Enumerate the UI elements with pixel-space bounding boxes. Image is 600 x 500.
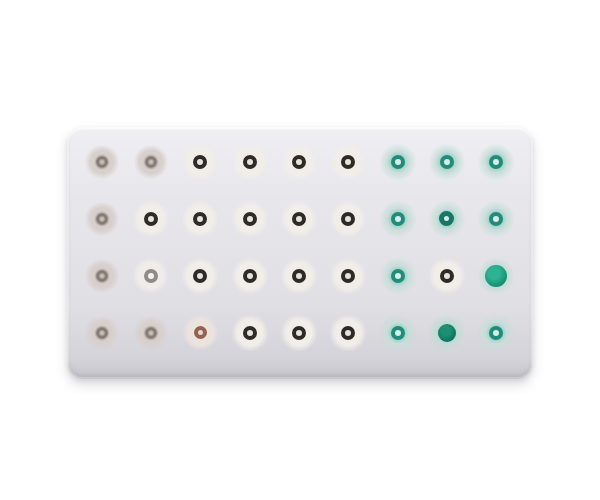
disc-hub <box>243 326 257 340</box>
red-ring-disc[interactable] <box>178 310 223 355</box>
cell-r3c2[interactable] <box>126 247 175 304</box>
cell-r2c7[interactable] <box>373 190 422 247</box>
disc-hub <box>489 155 503 169</box>
white-disc[interactable] <box>325 196 371 242</box>
green-disc[interactable] <box>424 139 470 185</box>
green-disc[interactable] <box>375 310 421 356</box>
cell-r2c8[interactable] <box>422 190 471 247</box>
disc-hub <box>439 211 454 226</box>
disc-hub <box>193 212 207 226</box>
disc-hub <box>96 327 108 339</box>
white-disc[interactable] <box>177 196 223 242</box>
disc-hub <box>292 155 306 169</box>
white-disc[interactable] <box>177 139 223 185</box>
disc-hub <box>96 156 108 168</box>
cell-r1c2[interactable] <box>126 133 175 190</box>
cell-r3c1[interactable] <box>77 247 126 304</box>
disc-hub <box>243 269 257 283</box>
disc-hub <box>440 155 454 169</box>
cell-r2c5[interactable] <box>274 190 323 247</box>
cell-r3c8[interactable] <box>422 247 471 304</box>
cell-r2c4[interactable] <box>225 190 274 247</box>
cell-r3c7[interactable] <box>373 247 422 304</box>
disc-hub <box>292 269 306 283</box>
white-disc[interactable] <box>325 139 371 185</box>
cell-r4c6[interactable] <box>324 304 373 361</box>
cell-r3c3[interactable] <box>176 247 225 304</box>
disc-hub <box>145 327 157 339</box>
cell-r3c4[interactable] <box>225 247 274 304</box>
beige-disc[interactable] <box>81 312 123 354</box>
cell-r1c5[interactable] <box>274 133 323 190</box>
disc-hub <box>292 212 306 226</box>
white-disc[interactable] <box>276 253 322 299</box>
disc-hub <box>144 269 158 283</box>
cell-r4c4[interactable] <box>225 304 274 361</box>
beige-disc[interactable] <box>130 312 172 354</box>
white-disc[interactable] <box>325 310 371 356</box>
white-disc[interactable] <box>424 253 470 299</box>
cell-r2c9[interactable] <box>472 190 521 247</box>
cell-r1c3[interactable] <box>176 133 225 190</box>
board-grid <box>77 133 521 361</box>
beige-disc[interactable] <box>81 255 123 297</box>
white-disc[interactable] <box>276 310 322 356</box>
cell-r4c9[interactable] <box>472 304 521 361</box>
white-disc[interactable] <box>227 310 273 356</box>
disc-hub <box>341 269 355 283</box>
disc-hub <box>391 326 405 340</box>
cell-r4c3[interactable] <box>176 304 225 361</box>
cell-r1c1[interactable] <box>77 133 126 190</box>
white-disc[interactable] <box>325 253 371 299</box>
cell-r2c1[interactable] <box>77 190 126 247</box>
white-disc[interactable] <box>177 253 223 299</box>
green-disc[interactable] <box>473 139 519 185</box>
cell-r3c6[interactable] <box>324 247 373 304</box>
disc-hub <box>243 155 257 169</box>
beige-disc[interactable] <box>130 141 172 183</box>
cell-r1c8[interactable] <box>422 133 471 190</box>
green-disc[interactable] <box>424 196 470 242</box>
disc-hub <box>341 326 355 340</box>
cell-r1c6[interactable] <box>324 133 373 190</box>
cell-r1c4[interactable] <box>225 133 274 190</box>
white-disc[interactable] <box>227 139 273 185</box>
disc-hub <box>391 212 405 226</box>
photo-background <box>0 0 600 500</box>
disc-hub <box>440 269 454 283</box>
disc-hub <box>341 212 355 226</box>
cell-r3c5[interactable] <box>274 247 323 304</box>
cell-r2c6[interactable] <box>324 190 373 247</box>
cell-r1c9[interactable] <box>472 133 521 190</box>
disc-hub <box>292 326 306 340</box>
disc-hub <box>485 265 507 287</box>
cell-r4c2[interactable] <box>126 304 175 361</box>
disc-hub <box>489 326 503 340</box>
cell-r4c5[interactable] <box>274 304 323 361</box>
beige-disc[interactable] <box>81 141 123 183</box>
disc-hub <box>193 269 207 283</box>
cell-r4c7[interactable] <box>373 304 422 361</box>
cell-r2c3[interactable] <box>176 190 225 247</box>
green-disc[interactable] <box>375 196 421 242</box>
green-disc[interactable] <box>473 196 519 242</box>
disc-hub <box>144 212 158 226</box>
green-disc[interactable] <box>375 253 421 299</box>
white-disc[interactable] <box>227 196 273 242</box>
metal-ring-disc[interactable] <box>128 253 173 298</box>
disc-hub <box>193 155 207 169</box>
cell-r3c9[interactable] <box>472 247 521 304</box>
disc-hub <box>489 212 503 226</box>
disc-hub <box>341 155 355 169</box>
green-solid-disc[interactable] <box>424 310 470 356</box>
white-disc[interactable] <box>227 253 273 299</box>
cell-r1c7[interactable] <box>373 133 422 190</box>
green-solid-disc[interactable] <box>473 253 519 299</box>
cell-r4c1[interactable] <box>77 304 126 361</box>
white-disc[interactable] <box>128 196 174 242</box>
disc-hub <box>438 324 456 342</box>
disc-hub <box>391 155 405 169</box>
green-disc[interactable] <box>375 139 421 185</box>
white-disc[interactable] <box>276 196 322 242</box>
white-disc[interactable] <box>276 139 322 185</box>
cell-r2c2[interactable] <box>126 190 175 247</box>
disc-hub <box>96 213 108 225</box>
disc-hub <box>145 156 157 168</box>
green-disc[interactable] <box>473 310 519 356</box>
cell-r4c8[interactable] <box>422 304 471 361</box>
disc-hub <box>194 326 207 339</box>
disc-hub <box>243 212 257 226</box>
disc-hub <box>96 270 108 282</box>
beige-disc[interactable] <box>81 198 123 240</box>
disc-hub <box>391 269 405 283</box>
disc-tray <box>67 127 533 379</box>
